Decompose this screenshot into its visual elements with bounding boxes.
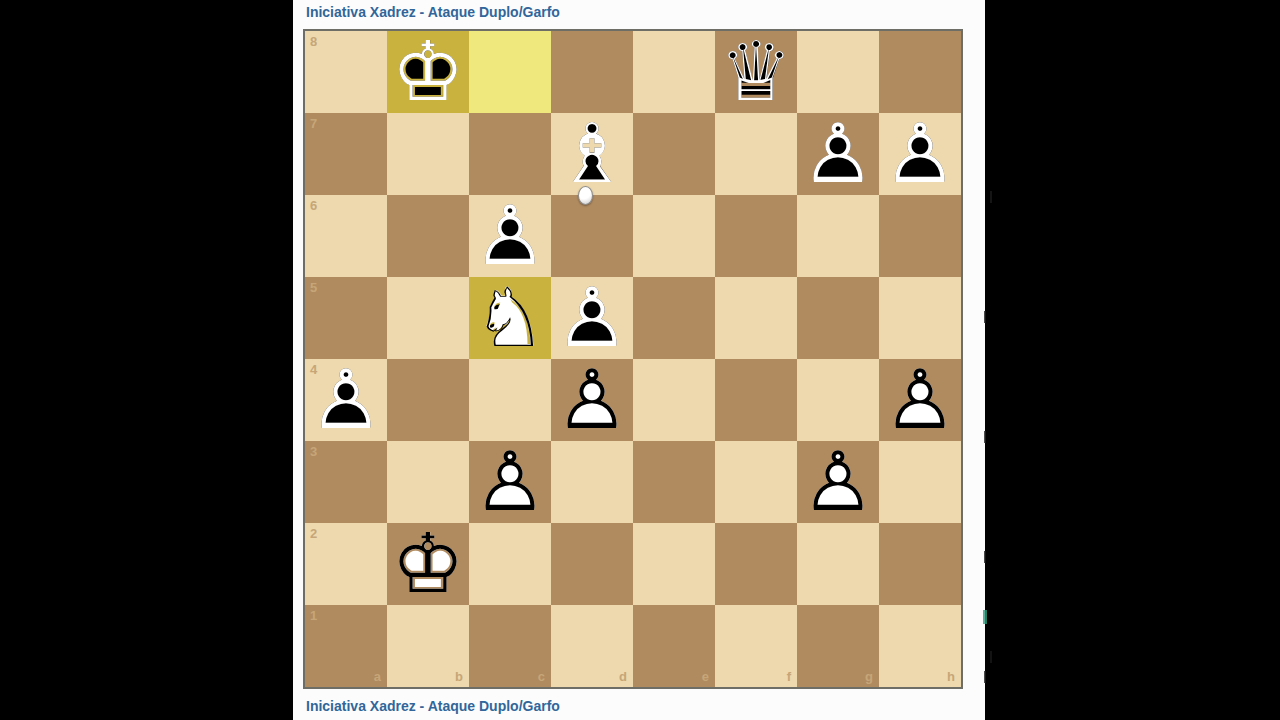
white-pawn[interactable]: ♟♙	[879, 359, 961, 441]
rank-label-2: 2	[310, 526, 317, 541]
square-b2[interactable]: ♚♔	[387, 523, 469, 605]
square-g4[interactable]	[797, 359, 879, 441]
square-g3[interactable]: ♟♙	[797, 441, 879, 523]
black-pawn[interactable]: ♟♙	[469, 195, 551, 277]
black-pawn[interactable]: ♟♙	[305, 359, 387, 441]
square-b1[interactable]: b	[387, 605, 469, 687]
square-f6[interactable]	[715, 195, 797, 277]
square-d5[interactable]: ♟♙	[551, 277, 633, 359]
square-b3[interactable]	[387, 441, 469, 523]
square-f7[interactable]	[715, 113, 797, 195]
file-label-f: f	[787, 669, 791, 684]
square-c8[interactable]	[469, 31, 551, 113]
black-pawn[interactable]: ♟♙	[879, 113, 961, 195]
file-label-h: h	[947, 669, 955, 684]
square-b7[interactable]	[387, 113, 469, 195]
square-a4[interactable]: 4♟♙	[305, 359, 387, 441]
black-pawn[interactable]: ♟♙	[551, 277, 633, 359]
square-c4[interactable]	[469, 359, 551, 441]
square-c6[interactable]: ♟♙	[469, 195, 551, 277]
square-a8[interactable]: 8	[305, 31, 387, 113]
black-king[interactable]: ♚♔	[387, 31, 469, 113]
square-d7[interactable]: ♝♗	[551, 113, 633, 195]
square-e7[interactable]	[633, 113, 715, 195]
square-h6[interactable]	[879, 195, 961, 277]
page-title: Iniciativa Xadrez - Ataque Duplo/Garfo	[306, 4, 560, 20]
square-a3[interactable]: 3	[305, 441, 387, 523]
square-g6[interactable]	[797, 195, 879, 277]
square-a7[interactable]: 7	[305, 113, 387, 195]
file-label-e: e	[702, 669, 709, 684]
chess-board: 8♚♔♛♕7♝♗♟♙♟♙6♟♙5♞♘♟♙4♟♙♟♙♟♙3♟♙♟♙2♚♔1abcd…	[303, 29, 963, 689]
square-b8[interactable]: ♚♔	[387, 31, 469, 113]
square-h2[interactable]	[879, 523, 961, 605]
white-pawn[interactable]: ♟♙	[469, 441, 551, 523]
file-label-d: d	[619, 669, 627, 684]
file-label-b: b	[455, 669, 463, 684]
square-f3[interactable]	[715, 441, 797, 523]
rank-label-8: 8	[310, 34, 317, 49]
square-h8[interactable]	[879, 31, 961, 113]
square-f5[interactable]	[715, 277, 797, 359]
black-pawn[interactable]: ♟♙	[797, 113, 879, 195]
white-knight[interactable]: ♞♘	[469, 277, 551, 359]
file-label-g: g	[865, 669, 873, 684]
square-e8[interactable]	[633, 31, 715, 113]
square-f2[interactable]	[715, 523, 797, 605]
square-g5[interactable]	[797, 277, 879, 359]
rank-label-5: 5	[310, 280, 317, 295]
file-label-c: c	[538, 669, 545, 684]
square-d6[interactable]	[551, 195, 633, 277]
square-h1[interactable]: h	[879, 605, 961, 687]
square-c2[interactable]	[469, 523, 551, 605]
square-h3[interactable]	[879, 441, 961, 523]
square-e3[interactable]	[633, 441, 715, 523]
rank-label-7: 7	[310, 116, 317, 131]
square-b4[interactable]	[387, 359, 469, 441]
white-king[interactable]: ♚♔	[387, 523, 469, 605]
square-a5[interactable]: 5	[305, 277, 387, 359]
square-a2[interactable]: 2	[305, 523, 387, 605]
square-d8[interactable]	[551, 31, 633, 113]
square-a6[interactable]: 6	[305, 195, 387, 277]
white-pawn[interactable]: ♟♙	[797, 441, 879, 523]
square-f1[interactable]: f	[715, 605, 797, 687]
file-label-a: a	[374, 669, 381, 684]
square-d3[interactable]	[551, 441, 633, 523]
square-g1[interactable]: g	[797, 605, 879, 687]
page-title-bottom: Iniciativa Xadrez - Ataque Duplo/Garfo	[306, 698, 560, 714]
square-d4[interactable]: ♟♙	[551, 359, 633, 441]
square-f8[interactable]: ♛♕	[715, 31, 797, 113]
square-h4[interactable]: ♟♙	[879, 359, 961, 441]
square-e2[interactable]	[633, 523, 715, 605]
rank-label-1: 1	[310, 608, 317, 623]
square-c7[interactable]	[469, 113, 551, 195]
square-c5[interactable]: ♞♘	[469, 277, 551, 359]
square-g8[interactable]	[797, 31, 879, 113]
square-e6[interactable]	[633, 195, 715, 277]
square-h5[interactable]	[879, 277, 961, 359]
square-e4[interactable]	[633, 359, 715, 441]
mouse-cursor	[578, 186, 593, 205]
square-c3[interactable]: ♟♙	[469, 441, 551, 523]
square-b5[interactable]	[387, 277, 469, 359]
video-frame: Iniciativa Xadrez - Ataque Duplo/Garfo 8…	[0, 0, 1280, 720]
square-f4[interactable]	[715, 359, 797, 441]
square-d1[interactable]: d	[551, 605, 633, 687]
square-e1[interactable]: e	[633, 605, 715, 687]
square-d2[interactable]	[551, 523, 633, 605]
white-pawn[interactable]: ♟♙	[551, 359, 633, 441]
rank-label-6: 6	[310, 198, 317, 213]
square-b6[interactable]	[387, 195, 469, 277]
square-g2[interactable]	[797, 523, 879, 605]
square-g7[interactable]: ♟♙	[797, 113, 879, 195]
page-content: Iniciativa Xadrez - Ataque Duplo/Garfo 8…	[293, 0, 985, 720]
black-queen[interactable]: ♛♕	[715, 31, 797, 113]
rank-label-3: 3	[310, 444, 317, 459]
square-h7[interactable]: ♟♙	[879, 113, 961, 195]
video-artifact	[983, 610, 987, 624]
square-c1[interactable]: c	[469, 605, 551, 687]
square-e5[interactable]	[633, 277, 715, 359]
black-bishop[interactable]: ♝♗	[551, 113, 633, 195]
square-a1[interactable]: 1a	[305, 605, 387, 687]
